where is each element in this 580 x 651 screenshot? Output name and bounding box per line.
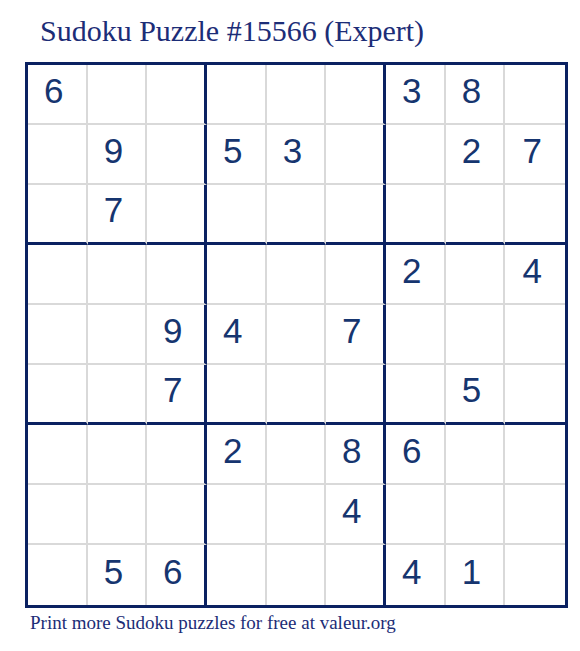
sudoku-cell-r9c7: 4 <box>386 545 446 605</box>
sudoku-cell-r8c2 <box>88 485 148 545</box>
sudoku-cell-r5c6: 7 <box>326 305 386 365</box>
sudoku-cell-r4c1 <box>28 245 88 305</box>
sudoku-cell-r4c3 <box>147 245 207 305</box>
sudoku-cell-r6c9 <box>505 365 565 425</box>
sudoku-cell-r2c5: 3 <box>267 125 327 185</box>
sudoku-cell-r8c3 <box>147 485 207 545</box>
sudoku-cell-r4c8 <box>446 245 506 305</box>
sudoku-cell-r1c8: 8 <box>446 65 506 125</box>
sudoku-cell-r2c2: 9 <box>88 125 148 185</box>
sudoku-cell-r2c7 <box>386 125 446 185</box>
sudoku-cell-r6c3: 7 <box>147 365 207 425</box>
sudoku-board: 638953277249477528645641 <box>25 62 568 608</box>
sudoku-cell-r9c1 <box>28 545 88 605</box>
sudoku-cell-r3c7 <box>386 185 446 245</box>
sudoku-cell-r6c6 <box>326 365 386 425</box>
sudoku-cell-r8c1 <box>28 485 88 545</box>
sudoku-cell-r8c4 <box>207 485 267 545</box>
footer-text: Print more Sudoku puzzles for free at va… <box>30 612 396 634</box>
sudoku-cell-r7c6: 8 <box>326 425 386 485</box>
sudoku-cell-r7c4: 2 <box>207 425 267 485</box>
sudoku-cell-r7c9 <box>505 425 565 485</box>
sudoku-cell-r2c3 <box>147 125 207 185</box>
sudoku-cell-r7c5 <box>267 425 327 485</box>
sudoku-cell-r1c2 <box>88 65 148 125</box>
sudoku-cell-r6c2 <box>88 365 148 425</box>
sudoku-cell-r4c9: 4 <box>505 245 565 305</box>
sudoku-page: Sudoku Puzzle #15566 (Expert) 6389532772… <box>0 0 580 651</box>
sudoku-cell-r7c7: 6 <box>386 425 446 485</box>
sudoku-cell-r6c8: 5 <box>446 365 506 425</box>
sudoku-cell-r3c6 <box>326 185 386 245</box>
sudoku-cell-r1c1: 6 <box>28 65 88 125</box>
sudoku-cell-r4c6 <box>326 245 386 305</box>
sudoku-cell-r9c9 <box>505 545 565 605</box>
sudoku-cell-r2c8: 2 <box>446 125 506 185</box>
sudoku-cell-r9c3: 6 <box>147 545 207 605</box>
sudoku-cell-r9c8: 1 <box>446 545 506 605</box>
sudoku-cell-r7c3 <box>147 425 207 485</box>
sudoku-cell-r6c5 <box>267 365 327 425</box>
sudoku-cell-r4c5 <box>267 245 327 305</box>
sudoku-cell-r5c4: 4 <box>207 305 267 365</box>
sudoku-cell-r3c3 <box>147 185 207 245</box>
sudoku-cell-r4c7: 2 <box>386 245 446 305</box>
sudoku-cell-r2c9: 7 <box>505 125 565 185</box>
sudoku-cell-r1c3 <box>147 65 207 125</box>
sudoku-cell-r7c8 <box>446 425 506 485</box>
sudoku-cell-r3c2: 7 <box>88 185 148 245</box>
sudoku-cell-r8c6: 4 <box>326 485 386 545</box>
sudoku-cell-r3c8 <box>446 185 506 245</box>
sudoku-cell-r5c8 <box>446 305 506 365</box>
sudoku-cell-r8c5 <box>267 485 327 545</box>
sudoku-cell-r1c9 <box>505 65 565 125</box>
sudoku-cell-r5c2 <box>88 305 148 365</box>
sudoku-cell-r6c7 <box>386 365 446 425</box>
sudoku-cell-r3c9 <box>505 185 565 245</box>
sudoku-cell-r8c7 <box>386 485 446 545</box>
sudoku-cell-r7c1 <box>28 425 88 485</box>
sudoku-cell-r7c2 <box>88 425 148 485</box>
sudoku-cell-r2c6 <box>326 125 386 185</box>
sudoku-cell-r3c1 <box>28 185 88 245</box>
sudoku-cell-r1c7: 3 <box>386 65 446 125</box>
sudoku-cell-r3c4 <box>207 185 267 245</box>
sudoku-cell-r5c7 <box>386 305 446 365</box>
sudoku-cell-r3c5 <box>267 185 327 245</box>
puzzle-title: Sudoku Puzzle #15566 (Expert) <box>40 14 424 48</box>
sudoku-cell-r1c6 <box>326 65 386 125</box>
sudoku-cell-r9c2: 5 <box>88 545 148 605</box>
sudoku-cell-r5c1 <box>28 305 88 365</box>
sudoku-cell-r6c4 <box>207 365 267 425</box>
sudoku-cell-r9c6 <box>326 545 386 605</box>
sudoku-cell-r1c4 <box>207 65 267 125</box>
sudoku-cell-r4c4 <box>207 245 267 305</box>
sudoku-cell-r4c2 <box>88 245 148 305</box>
sudoku-cell-r5c9 <box>505 305 565 365</box>
sudoku-cell-r6c1 <box>28 365 88 425</box>
sudoku-cell-r2c4: 5 <box>207 125 267 185</box>
sudoku-cell-r8c9 <box>505 485 565 545</box>
sudoku-cell-r5c3: 9 <box>147 305 207 365</box>
sudoku-cell-r2c1 <box>28 125 88 185</box>
sudoku-cell-r1c5 <box>267 65 327 125</box>
sudoku-cell-r9c4 <box>207 545 267 605</box>
sudoku-cell-r8c8 <box>446 485 506 545</box>
sudoku-cell-r9c5 <box>267 545 327 605</box>
sudoku-cell-r5c5 <box>267 305 327 365</box>
